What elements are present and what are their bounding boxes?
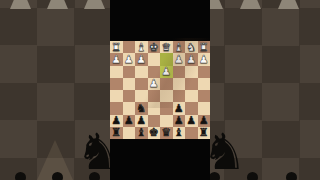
- black-pawn: ♟: [136, 115, 146, 126]
- square-e2[interactable]: [148, 53, 161, 65]
- white-rook: ♜: [111, 42, 121, 53]
- square-b3[interactable]: [185, 66, 198, 78]
- square-a6[interactable]: [198, 102, 211, 114]
- white-pawn: ♟: [186, 54, 196, 65]
- video-content-strip: ♜♝♚♛♝♞♜♟♟♟♟♟♟♟♟♞♟♟♟♟♟♟♟♜♝♚♛♝♜: [110, 0, 210, 180]
- square-h5[interactable]: [110, 90, 123, 102]
- square-e3[interactable]: [148, 66, 161, 78]
- square-e5[interactable]: [148, 90, 161, 102]
- square-h1[interactable]: ♜: [110, 41, 123, 53]
- square-g8[interactable]: [123, 127, 136, 139]
- square-d7[interactable]: [160, 115, 173, 127]
- white-king: ♚: [149, 42, 159, 53]
- black-pawn: ♟: [199, 115, 209, 126]
- square-a4[interactable]: [198, 78, 211, 90]
- square-f5[interactable]: [135, 90, 148, 102]
- white-bishop: ♝: [174, 42, 184, 53]
- square-f2[interactable]: ♟: [135, 53, 148, 65]
- square-h6[interactable]: [110, 102, 123, 114]
- bg-black-pawn-top-silhouette: [15, 172, 26, 180]
- square-c8[interactable]: ♝: [173, 127, 186, 139]
- square-d8[interactable]: ♛: [160, 127, 173, 139]
- square-a1[interactable]: ♜: [198, 41, 211, 53]
- square-d4[interactable]: [160, 78, 173, 90]
- square-a8[interactable]: ♜: [198, 127, 211, 139]
- square-c5[interactable]: [173, 90, 186, 102]
- black-rook: ♜: [111, 127, 121, 138]
- square-f3[interactable]: [135, 66, 148, 78]
- white-pawn: ♟: [174, 54, 184, 65]
- black-rook: ♜: [199, 127, 209, 138]
- square-g5[interactable]: [123, 90, 136, 102]
- bg-black-pawn-top-silhouette: [247, 172, 258, 180]
- black-pawn: ♟: [174, 115, 184, 126]
- square-b8[interactable]: [185, 127, 198, 139]
- video-frame: ♞♞ ♜♝♚♛♝♞♜♟♟♟♟♟♟♟♟♞♟♟♟♟♟♟♟♜♝♚♛♝♜: [0, 0, 320, 180]
- square-e1[interactable]: ♚: [148, 41, 161, 53]
- square-g2[interactable]: ♟: [123, 53, 136, 65]
- black-pawn: ♟: [186, 115, 196, 126]
- square-a2[interactable]: ♟: [198, 53, 211, 65]
- square-h7[interactable]: ♟: [110, 115, 123, 127]
- square-a5[interactable]: [198, 90, 211, 102]
- black-pawn: ♟: [174, 103, 184, 114]
- square-f4[interactable]: [135, 78, 148, 90]
- white-bishop: ♝: [136, 42, 146, 53]
- black-knight: ♞: [136, 103, 146, 114]
- square-c1[interactable]: ♝: [173, 41, 186, 53]
- square-h2[interactable]: ♟: [110, 53, 123, 65]
- white-rook: ♜: [199, 42, 209, 53]
- square-d5[interactable]: [160, 90, 173, 102]
- black-pawn: ♟: [124, 115, 134, 126]
- square-b5[interactable]: [185, 90, 198, 102]
- square-g7[interactable]: ♟: [123, 115, 136, 127]
- black-bishop: ♝: [136, 127, 146, 138]
- black-bishop: ♝: [174, 127, 184, 138]
- square-c3[interactable]: [173, 66, 186, 78]
- square-a3[interactable]: [198, 66, 211, 78]
- white-pawn: ♟: [161, 66, 171, 77]
- square-b4[interactable]: [185, 78, 198, 90]
- square-e4[interactable]: ♟: [148, 78, 161, 90]
- square-g3[interactable]: [123, 66, 136, 78]
- square-g4[interactable]: [123, 78, 136, 90]
- square-e8[interactable]: ♚: [148, 127, 161, 139]
- square-g1[interactable]: [123, 41, 136, 53]
- black-pawn: ♟: [111, 115, 121, 126]
- square-b1[interactable]: ♞: [185, 41, 198, 53]
- square-h8[interactable]: ♜: [110, 127, 123, 139]
- bg-black-pawn-top-silhouette: [286, 172, 297, 180]
- square-a7[interactable]: ♟: [198, 115, 211, 127]
- square-f7[interactable]: ♟: [135, 115, 148, 127]
- square-d3[interactable]: ♟: [160, 66, 173, 78]
- square-f1[interactable]: ♝: [135, 41, 148, 53]
- white-knight: ♞: [186, 42, 196, 53]
- square-f8[interactable]: ♝: [135, 127, 148, 139]
- square-f6[interactable]: ♞: [135, 102, 148, 114]
- square-e6[interactable]: [148, 102, 161, 114]
- black-queen: ♛: [161, 127, 171, 138]
- white-pawn: ♟: [149, 78, 159, 89]
- square-b2[interactable]: ♟: [185, 53, 198, 65]
- square-e7[interactable]: [148, 115, 161, 127]
- square-d6[interactable]: [160, 102, 173, 114]
- square-b7[interactable]: ♟: [185, 115, 198, 127]
- square-c7[interactable]: ♟: [173, 115, 186, 127]
- square-d2[interactable]: [160, 53, 173, 65]
- white-queen: ♛: [161, 42, 171, 53]
- white-pawn: ♟: [124, 54, 134, 65]
- square-b6[interactable]: [185, 102, 198, 114]
- square-d1[interactable]: ♛: [160, 41, 173, 53]
- white-pawn: ♟: [199, 54, 209, 65]
- square-h3[interactable]: [110, 66, 123, 78]
- square-g6[interactable]: [123, 102, 136, 114]
- square-h4[interactable]: [110, 78, 123, 90]
- square-c2[interactable]: ♟: [173, 53, 186, 65]
- black-king: ♚: [149, 127, 159, 138]
- square-c6[interactable]: ♟: [173, 102, 186, 114]
- square-c4[interactable]: [173, 78, 186, 90]
- white-pawn: ♟: [111, 54, 121, 65]
- white-pawn: ♟: [136, 54, 146, 65]
- bg-black-pawn-top-silhouette: [52, 172, 63, 180]
- chess-board: ♜♝♚♛♝♞♜♟♟♟♟♟♟♟♟♞♟♟♟♟♟♟♟♜♝♚♛♝♜: [110, 41, 210, 139]
